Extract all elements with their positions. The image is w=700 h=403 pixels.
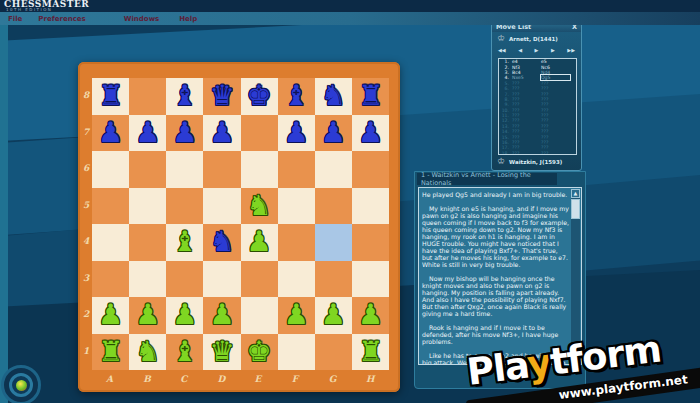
chess-board-frame: ♜♝♛♚♝♞♜♟♟♟♟♟♟♟♞♝♞♟♟♟♟♟♟♟♟♜♞♝♛♚♜ 87654321… — [78, 62, 400, 392]
move-number: 16. — [499, 140, 512, 145]
black-move[interactable]: ??? — [541, 86, 570, 91]
move-number: 2. — [499, 65, 512, 70]
white-move[interactable]: ??? — [512, 145, 541, 150]
move-number: 13. — [499, 124, 512, 129]
annotation-title: 1 - Waitzkin vs Arnett - Losing the Nati… — [421, 171, 557, 187]
white-pawn-piece[interactable]: ♟ — [98, 301, 123, 329]
black-king-icon: ♔ — [497, 34, 505, 43]
square-a2[interactable]: ♟ — [92, 297, 129, 334]
file-label-G: G — [329, 375, 337, 384]
move-row-8[interactable]: 8.?????? — [499, 97, 576, 102]
black-king-piece[interactable]: ♚ — [247, 82, 272, 110]
chess-board: ♜♝♛♚♝♞♜♟♟♟♟♟♟♟♞♝♞♟♟♟♟♟♟♟♟♜♞♝♛♚♜ — [92, 78, 389, 370]
square-e8[interactable]: ♚ — [241, 78, 278, 115]
left-edge-strip — [0, 24, 8, 403]
annotation-text-box: He played Qg5 and already I am in big tr… — [418, 187, 582, 365]
white-rook-piece[interactable]: ♜ — [98, 338, 123, 366]
white-move[interactable]: ??? — [512, 92, 541, 97]
chessmaster-emblem-icon[interactable] — [1, 365, 41, 403]
move-number: 12. — [499, 118, 512, 123]
move-list-panel: Move List X ♔ Arnett, D(1441) ◀◀ ◀ ▶ ▶ ▶… — [491, 20, 582, 171]
move-row-17[interactable]: 17.?????? — [499, 145, 576, 150]
black-move[interactable]: Qg5 — [541, 75, 570, 80]
move-number: 10. — [499, 108, 512, 113]
white-move[interactable]: ??? — [512, 135, 541, 140]
move-number: 9. — [499, 102, 512, 107]
move-row-13[interactable]: 13.?????? — [499, 124, 576, 129]
emblem-ring — [9, 373, 33, 397]
black-knight-piece[interactable]: ♞ — [321, 82, 346, 110]
emblem-core — [16, 380, 27, 391]
white-move[interactable]: ??? — [512, 102, 541, 107]
white-king-icon: ♔ — [497, 157, 505, 166]
black-pawn-piece[interactable]: ♟ — [135, 119, 160, 147]
move-number: 8. — [499, 97, 512, 102]
square-d3[interactable] — [203, 261, 240, 298]
square-b7[interactable]: ♟ — [129, 115, 166, 152]
square-f3[interactable] — [278, 261, 315, 298]
move-row-11[interactable]: 11.?????? — [499, 113, 576, 118]
white-knight-piece[interactable]: ♞ — [135, 338, 160, 366]
move-row-12[interactable]: 12.?????? — [499, 118, 576, 123]
annotation-header: 1 - Waitzkin vs Arnett - Losing the Nati… — [417, 173, 557, 185]
top-player-name: Arnett, D(1441) — [509, 36, 558, 42]
move-row-1[interactable]: 1.e4e5 — [499, 59, 576, 64]
rank-label-7: 7 — [83, 128, 89, 137]
square-f5[interactable] — [278, 188, 315, 225]
square-h6[interactable] — [352, 151, 389, 188]
file-label-H: H — [366, 375, 375, 384]
move-row-14[interactable]: 14.?????? — [499, 129, 576, 134]
bottom-player-name: Waitzkin, J(1593) — [509, 159, 562, 165]
square-b2[interactable]: ♟ — [129, 297, 166, 334]
annotation-paragraph: He played Qg5 and already I am in big tr… — [422, 191, 569, 198]
black-move[interactable]: ??? — [541, 124, 570, 129]
white-move[interactable]: Bc4 — [512, 70, 541, 75]
square-d2[interactable]: ♟ — [203, 297, 240, 334]
black-move[interactable]: e5 — [541, 59, 570, 64]
rank-label-5: 5 — [83, 201, 89, 210]
move-row-4[interactable]: 4.Nxe5Qg5 — [499, 75, 576, 80]
move-number: 7. — [499, 92, 512, 97]
square-e7[interactable] — [241, 115, 278, 152]
white-move[interactable]: Nxe5 — [512, 75, 541, 80]
black-bishop-piece[interactable]: ♝ — [284, 82, 309, 110]
square-g5[interactable] — [315, 188, 352, 225]
square-f6[interactable] — [278, 151, 315, 188]
move-row-3[interactable]: 3.Bc4Nd4 — [499, 70, 576, 75]
square-b3[interactable] — [129, 261, 166, 298]
move-number: 6. — [499, 86, 512, 91]
top-player-row: ♔ Arnett, D(1441) — [492, 32, 581, 45]
square-a1[interactable]: ♜ — [92, 334, 129, 371]
move-row-5[interactable]: 5.?????? — [499, 81, 576, 86]
annotation-paragraph: My knight on e5 is hanging, and if I mov… — [422, 205, 569, 268]
black-move[interactable]: ??? — [541, 108, 570, 113]
square-f4[interactable] — [278, 224, 315, 261]
file-label-B: B — [143, 375, 151, 384]
rank-label-1: 1 — [83, 347, 89, 356]
square-g3[interactable] — [315, 261, 352, 298]
move-number: 5. — [499, 81, 512, 86]
square-d1[interactable]: ♛ — [203, 334, 240, 371]
square-d8[interactable]: ♛ — [203, 78, 240, 115]
square-g2[interactable]: ♟ — [315, 297, 352, 334]
square-a6[interactable] — [92, 151, 129, 188]
square-e1[interactable]: ♚ — [241, 334, 278, 371]
white-move[interactable]: ??? — [512, 118, 541, 123]
white-bishop-piece[interactable]: ♝ — [172, 338, 197, 366]
white-pawn-piece[interactable]: ♟ — [284, 301, 309, 329]
square-h8[interactable]: ♜ — [352, 78, 389, 115]
square-f7[interactable]: ♟ — [278, 115, 315, 152]
white-pawn-piece[interactable]: ♟ — [209, 301, 234, 329]
white-move[interactable]: ??? — [512, 81, 541, 86]
move-number: 17. — [499, 145, 512, 150]
square-d4[interactable]: ♞ — [203, 224, 240, 261]
square-g7[interactable]: ♟ — [315, 115, 352, 152]
white-move[interactable]: ??? — [512, 124, 541, 129]
white-bishop-piece[interactable]: ♝ — [172, 228, 197, 256]
white-move[interactable]: Nf3 — [512, 65, 541, 70]
menu-windows[interactable]: Windows — [124, 15, 160, 23]
annotation-text: He played Qg5 and already I am in big tr… — [422, 191, 569, 365]
square-e5[interactable]: ♞ — [241, 188, 278, 225]
move-number: 4. — [499, 75, 512, 80]
nav-last-button[interactable]: ▶▶ — [567, 47, 575, 53]
white-king-piece[interactable]: ♚ — [247, 338, 272, 366]
square-h2[interactable]: ♟ — [352, 297, 389, 334]
bottom-player-row: ♔ Waitzkin, J(1593) — [492, 155, 581, 168]
menu-bar: File Preferences Windows Help — [0, 12, 700, 25]
white-pawn-piece[interactable]: ♟ — [321, 301, 346, 329]
rank-label-6: 6 — [83, 164, 89, 173]
black-pawn-piece[interactable]: ♟ — [358, 119, 383, 147]
square-b6[interactable] — [129, 151, 166, 188]
square-g8[interactable]: ♞ — [315, 78, 352, 115]
black-rook-piece[interactable]: ♜ — [98, 82, 123, 110]
square-b5[interactable] — [129, 188, 166, 225]
white-move[interactable]: ??? — [512, 86, 541, 91]
black-move[interactable]: ??? — [541, 140, 570, 145]
square-h7[interactable]: ♟ — [352, 115, 389, 152]
white-move[interactable]: ??? — [512, 140, 541, 145]
move-row-15[interactable]: 15.?????? — [499, 134, 576, 139]
square-f8[interactable]: ♝ — [278, 78, 315, 115]
move-row-16[interactable]: 16.?????? — [499, 140, 576, 145]
rank-label-4: 4 — [83, 237, 89, 246]
square-h4[interactable] — [352, 224, 389, 261]
square-g4[interactable] — [315, 224, 352, 261]
move-row-9[interactable]: 9.?????? — [499, 102, 576, 107]
file-label-A: A — [106, 375, 113, 384]
square-d6[interactable] — [203, 151, 240, 188]
black-move[interactable]: ??? — [541, 81, 570, 86]
white-move[interactable]: ??? — [512, 113, 541, 118]
square-h1[interactable]: ♜ — [352, 334, 389, 371]
nav-prev-button[interactable]: ◀ — [518, 47, 522, 53]
black-pawn-piece[interactable]: ♟ — [98, 119, 123, 147]
black-move[interactable]: ??? — [541, 102, 570, 107]
white-move[interactable]: ??? — [512, 97, 541, 102]
square-g6[interactable] — [315, 151, 352, 188]
file-label-C: C — [180, 375, 187, 384]
black-move[interactable]: ??? — [541, 97, 570, 102]
black-move[interactable]: ??? — [541, 118, 570, 123]
move-number: 1. — [499, 59, 512, 64]
square-b8[interactable] — [129, 78, 166, 115]
rank-label-2: 2 — [83, 310, 89, 319]
move-number: 3. — [499, 70, 512, 75]
black-pawn-piece[interactable]: ♟ — [172, 119, 197, 147]
square-c5[interactable] — [166, 188, 203, 225]
title-strip: CHESSMASTER 10TH EDITION — [0, 0, 700, 12]
square-c2[interactable]: ♟ — [166, 297, 203, 334]
move-row-2[interactable]: 2.Nf3Nc6 — [499, 64, 576, 69]
white-knight-piece[interactable]: ♞ — [247, 192, 272, 220]
move-row-7[interactable]: 7.?????? — [499, 91, 576, 96]
square-f1[interactable] — [278, 334, 315, 371]
white-move[interactable]: ??? — [512, 108, 541, 113]
move-row-10[interactable]: 10.?????? — [499, 108, 576, 113]
square-h5[interactable] — [352, 188, 389, 225]
black-queen-piece[interactable]: ♛ — [209, 82, 234, 110]
white-pawn-piece[interactable]: ♟ — [358, 301, 383, 329]
white-pawn-piece[interactable]: ♟ — [172, 301, 197, 329]
menu-file[interactable]: File — [8, 15, 22, 23]
square-e3[interactable] — [241, 261, 278, 298]
square-e6[interactable] — [241, 151, 278, 188]
move-number: 14. — [499, 129, 512, 134]
white-pawn-piece[interactable]: ♟ — [135, 301, 160, 329]
black-knight-piece[interactable]: ♞ — [209, 228, 234, 256]
black-move[interactable]: ??? — [541, 145, 570, 150]
nav-next-button[interactable]: ▶ — [551, 47, 555, 53]
square-c1[interactable]: ♝ — [166, 334, 203, 371]
rank-label-3: 3 — [83, 274, 89, 283]
file-label-D: D — [217, 375, 225, 384]
white-queen-piece[interactable]: ♛ — [209, 338, 234, 366]
black-move[interactable]: Nc6 — [541, 65, 570, 70]
menu-preferences[interactable]: Preferences — [38, 15, 85, 23]
scrollbar-thumb[interactable] — [571, 199, 580, 219]
square-f2[interactable]: ♟ — [278, 297, 315, 334]
square-e4[interactable]: ♟ — [241, 224, 278, 261]
square-e2[interactable] — [241, 297, 278, 334]
nav-first-button[interactable]: ◀◀ — [498, 47, 506, 53]
white-pawn-piece[interactable]: ♟ — [247, 228, 272, 256]
square-a5[interactable] — [92, 188, 129, 225]
white-move[interactable]: ??? — [512, 129, 541, 134]
black-pawn-piece[interactable]: ♟ — [209, 119, 234, 147]
black-move[interactable]: ??? — [541, 113, 570, 118]
white-rook-piece[interactable]: ♜ — [358, 338, 383, 366]
white-move[interactable]: e4 — [512, 59, 541, 64]
square-a7[interactable]: ♟ — [92, 115, 129, 152]
square-h3[interactable] — [352, 261, 389, 298]
black-move[interactable]: ??? — [541, 92, 570, 97]
black-pawn-piece[interactable]: ♟ — [321, 119, 346, 147]
square-c8[interactable]: ♝ — [166, 78, 203, 115]
square-a3[interactable] — [92, 261, 129, 298]
black-bishop-piece[interactable]: ♝ — [172, 82, 197, 110]
rank-label-8: 8 — [83, 91, 89, 100]
square-c7[interactable]: ♟ — [166, 115, 203, 152]
black-move[interactable]: ??? — [541, 129, 570, 134]
scroll-up-icon[interactable]: ▲ — [571, 189, 580, 198]
move-row-6[interactable]: 6.?????? — [499, 86, 576, 91]
square-b1[interactable]: ♞ — [129, 334, 166, 371]
square-c3[interactable] — [166, 261, 203, 298]
square-d5[interactable] — [203, 188, 240, 225]
square-b4[interactable] — [129, 224, 166, 261]
move-table[interactable]: 1.e4e52.Nf3Nc63.Bc4Nd44.Nxe5Qg55.??????6… — [498, 58, 577, 155]
menu-help[interactable]: Help — [179, 15, 197, 23]
move-nav-buttons: ◀◀ ◀ ▶ ▶ ▶▶ — [492, 45, 581, 54]
square-g1[interactable] — [315, 334, 352, 371]
black-rook-piece[interactable]: ♜ — [358, 82, 383, 110]
square-a8[interactable]: ♜ — [92, 78, 129, 115]
chessmaster-window: CHESSMASTER 10TH EDITION File Preference… — [0, 0, 700, 403]
move-number: 15. — [499, 135, 512, 140]
file-label-F: F — [292, 375, 298, 384]
black-pawn-piece[interactable]: ♟ — [284, 119, 309, 147]
square-c4[interactable]: ♝ — [166, 224, 203, 261]
move-number: 11. — [499, 113, 512, 118]
square-c6[interactable] — [166, 151, 203, 188]
file-label-E: E — [255, 375, 262, 384]
square-d7[interactable]: ♟ — [203, 115, 240, 152]
black-move[interactable]: ??? — [541, 135, 570, 140]
nav-play-button[interactable]: ▶ — [535, 47, 539, 53]
annotation-paragraph: Now my bishop will be hanging once the k… — [422, 275, 569, 317]
black-move[interactable]: Nd4 — [541, 70, 570, 75]
square-a4[interactable] — [92, 224, 129, 261]
